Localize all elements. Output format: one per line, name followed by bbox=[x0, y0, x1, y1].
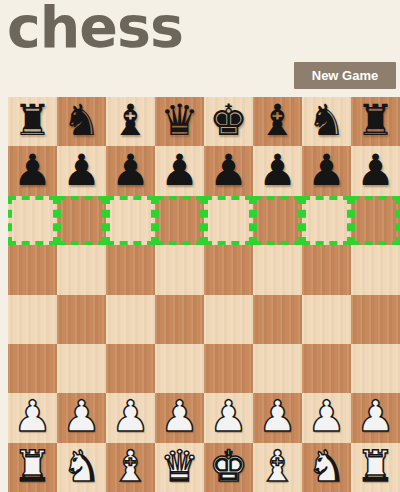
square-e2[interactable]: ♟ bbox=[204, 393, 253, 442]
square-c7[interactable]: ♟ bbox=[106, 146, 155, 195]
square-h1[interactable]: ♜ bbox=[351, 443, 400, 492]
square-a6[interactable] bbox=[8, 196, 57, 245]
square-b2[interactable]: ♟ bbox=[57, 393, 106, 442]
piece-black-pawn[interactable]: ♟ bbox=[111, 149, 150, 192]
square-e4[interactable] bbox=[204, 295, 253, 344]
piece-white-rook[interactable]: ♜ bbox=[356, 445, 395, 488]
square-f8[interactable]: ♝ bbox=[253, 97, 302, 146]
square-b8[interactable]: ♞ bbox=[57, 97, 106, 146]
square-h5[interactable] bbox=[351, 245, 400, 294]
square-h3[interactable] bbox=[351, 344, 400, 393]
square-a7[interactable]: ♟ bbox=[8, 146, 57, 195]
piece-black-king[interactable]: ♚ bbox=[209, 99, 248, 142]
piece-white-pawn[interactable]: ♟ bbox=[160, 395, 199, 438]
square-g3[interactable] bbox=[302, 344, 351, 393]
square-b4[interactable] bbox=[57, 295, 106, 344]
square-a4[interactable] bbox=[8, 295, 57, 344]
square-c1[interactable]: ♝ bbox=[106, 443, 155, 492]
square-g4[interactable] bbox=[302, 295, 351, 344]
chess-board: ♜♞♝♛♚♝♞♜♟♟♟♟♟♟♟♟♟♟♟♟♟♟♟♟♜♞♝♛♚♝♞♜ bbox=[8, 97, 400, 492]
square-g6[interactable] bbox=[302, 196, 351, 245]
square-f5[interactable] bbox=[253, 245, 302, 294]
square-c8[interactable]: ♝ bbox=[106, 97, 155, 146]
square-b7[interactable]: ♟ bbox=[57, 146, 106, 195]
piece-white-knight[interactable]: ♞ bbox=[62, 445, 101, 488]
square-g1[interactable]: ♞ bbox=[302, 443, 351, 492]
square-d7[interactable]: ♟ bbox=[155, 146, 204, 195]
square-h8[interactable]: ♜ bbox=[351, 97, 400, 146]
square-h4[interactable] bbox=[351, 295, 400, 344]
piece-white-pawn[interactable]: ♟ bbox=[356, 395, 395, 438]
piece-black-knight[interactable]: ♞ bbox=[62, 99, 101, 142]
app-title: chess bbox=[7, 0, 183, 60]
square-a5[interactable] bbox=[8, 245, 57, 294]
piece-black-rook[interactable]: ♜ bbox=[356, 99, 395, 142]
square-e3[interactable] bbox=[204, 344, 253, 393]
square-d1[interactable]: ♛ bbox=[155, 443, 204, 492]
square-h7[interactable]: ♟ bbox=[351, 146, 400, 195]
square-c6[interactable] bbox=[106, 196, 155, 245]
square-f6[interactable] bbox=[253, 196, 302, 245]
new-game-button[interactable]: New Game bbox=[294, 62, 396, 89]
square-f2[interactable]: ♟ bbox=[253, 393, 302, 442]
piece-black-knight[interactable]: ♞ bbox=[307, 99, 346, 142]
square-e1[interactable]: ♚ bbox=[204, 443, 253, 492]
square-a2[interactable]: ♟ bbox=[8, 393, 57, 442]
piece-white-pawn[interactable]: ♟ bbox=[307, 395, 346, 438]
piece-white-knight[interactable]: ♞ bbox=[307, 445, 346, 488]
square-c5[interactable] bbox=[106, 245, 155, 294]
square-a1[interactable]: ♜ bbox=[8, 443, 57, 492]
piece-white-pawn[interactable]: ♟ bbox=[62, 395, 101, 438]
square-e7[interactable]: ♟ bbox=[204, 146, 253, 195]
square-e6[interactable] bbox=[204, 196, 253, 245]
piece-black-pawn[interactable]: ♟ bbox=[307, 149, 346, 192]
piece-white-rook[interactable]: ♜ bbox=[13, 445, 52, 488]
piece-black-queen[interactable]: ♛ bbox=[160, 99, 199, 142]
piece-black-pawn[interactable]: ♟ bbox=[160, 149, 199, 192]
square-h6[interactable] bbox=[351, 196, 400, 245]
square-c4[interactable] bbox=[106, 295, 155, 344]
piece-black-rook[interactable]: ♜ bbox=[13, 99, 52, 142]
piece-black-pawn[interactable]: ♟ bbox=[356, 149, 395, 192]
square-f4[interactable] bbox=[253, 295, 302, 344]
piece-black-pawn[interactable]: ♟ bbox=[13, 149, 52, 192]
piece-black-pawn[interactable]: ♟ bbox=[258, 149, 297, 192]
square-b1[interactable]: ♞ bbox=[57, 443, 106, 492]
square-g5[interactable] bbox=[302, 245, 351, 294]
piece-white-pawn[interactable]: ♟ bbox=[111, 395, 150, 438]
square-a8[interactable]: ♜ bbox=[8, 97, 57, 146]
piece-white-pawn[interactable]: ♟ bbox=[209, 395, 248, 438]
square-d6[interactable] bbox=[155, 196, 204, 245]
square-b3[interactable] bbox=[57, 344, 106, 393]
piece-white-bishop[interactable]: ♝ bbox=[111, 445, 150, 488]
square-h2[interactable]: ♟ bbox=[351, 393, 400, 442]
square-d8[interactable]: ♛ bbox=[155, 97, 204, 146]
square-g7[interactable]: ♟ bbox=[302, 146, 351, 195]
square-e5[interactable] bbox=[204, 245, 253, 294]
square-g2[interactable]: ♟ bbox=[302, 393, 351, 442]
square-g8[interactable]: ♞ bbox=[302, 97, 351, 146]
square-d4[interactable] bbox=[155, 295, 204, 344]
square-b5[interactable] bbox=[57, 245, 106, 294]
square-d2[interactable]: ♟ bbox=[155, 393, 204, 442]
piece-white-queen[interactable]: ♛ bbox=[160, 445, 199, 488]
piece-black-pawn[interactable]: ♟ bbox=[209, 149, 248, 192]
piece-black-bishop[interactable]: ♝ bbox=[258, 99, 297, 142]
square-c2[interactable]: ♟ bbox=[106, 393, 155, 442]
square-d3[interactable] bbox=[155, 344, 204, 393]
piece-white-pawn[interactable]: ♟ bbox=[258, 395, 297, 438]
square-c3[interactable] bbox=[106, 344, 155, 393]
piece-white-bishop[interactable]: ♝ bbox=[258, 445, 297, 488]
square-a3[interactable] bbox=[8, 344, 57, 393]
square-d5[interactable] bbox=[155, 245, 204, 294]
piece-black-pawn[interactable]: ♟ bbox=[62, 149, 101, 192]
square-f1[interactable]: ♝ bbox=[253, 443, 302, 492]
piece-white-king[interactable]: ♚ bbox=[209, 445, 248, 488]
square-e8[interactable]: ♚ bbox=[204, 97, 253, 146]
piece-white-pawn[interactable]: ♟ bbox=[13, 395, 52, 438]
square-b6[interactable] bbox=[57, 196, 106, 245]
piece-black-bishop[interactable]: ♝ bbox=[111, 99, 150, 142]
square-f3[interactable] bbox=[253, 344, 302, 393]
square-f7[interactable]: ♟ bbox=[253, 146, 302, 195]
